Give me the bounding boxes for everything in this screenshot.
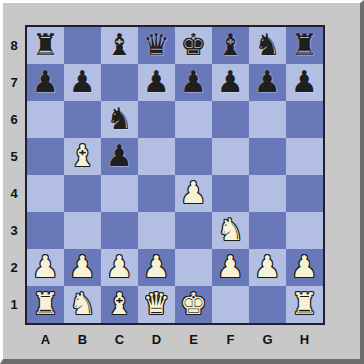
square-b6[interactable] — [64, 101, 101, 138]
square-g8[interactable]: ♞ — [249, 27, 286, 64]
piece-black-knight: ♞ — [106, 104, 133, 134]
file-label-h: H — [286, 327, 323, 353]
square-c3[interactable] — [101, 212, 138, 249]
square-a7[interactable]: ♟ — [27, 64, 64, 101]
square-h2[interactable]: ♟ — [286, 249, 323, 286]
square-g4[interactable] — [249, 175, 286, 212]
square-b2[interactable]: ♟ — [64, 249, 101, 286]
square-b7[interactable]: ♟ — [64, 64, 101, 101]
piece-black-rook: ♜ — [291, 30, 318, 60]
square-e2[interactable] — [175, 249, 212, 286]
square-d5[interactable] — [138, 138, 175, 175]
file-label-d: D — [138, 327, 175, 353]
square-b1[interactable]: ♞ — [64, 286, 101, 323]
square-h5[interactable] — [286, 138, 323, 175]
square-g5[interactable] — [249, 138, 286, 175]
file-label-b: B — [64, 327, 101, 353]
square-h7[interactable]: ♟ — [286, 64, 323, 101]
piece-black-queen: ♛ — [143, 30, 170, 60]
piece-black-rook: ♜ — [32, 30, 59, 60]
square-h3[interactable] — [286, 212, 323, 249]
square-f1[interactable] — [212, 286, 249, 323]
square-e8[interactable]: ♚ — [175, 27, 212, 64]
piece-black-knight: ♞ — [254, 30, 281, 60]
piece-white-pawn: ♟ — [143, 252, 170, 282]
square-f5[interactable] — [212, 138, 249, 175]
file-label-f: F — [212, 327, 249, 353]
square-g2[interactable]: ♟ — [249, 249, 286, 286]
square-b3[interactable] — [64, 212, 101, 249]
square-h1[interactable]: ♜ — [286, 286, 323, 323]
piece-black-pawn: ♟ — [180, 67, 207, 97]
square-f6[interactable] — [212, 101, 249, 138]
rank-label-2: 2 — [3, 249, 25, 286]
rank-label-5: 5 — [3, 138, 25, 175]
piece-black-pawn: ♟ — [217, 67, 244, 97]
piece-black-pawn: ♟ — [69, 67, 96, 97]
square-d8[interactable]: ♛ — [138, 27, 175, 64]
square-a8[interactable]: ♜ — [27, 27, 64, 64]
square-b5[interactable]: ♝ — [64, 138, 101, 175]
piece-black-pawn: ♟ — [143, 67, 170, 97]
square-h6[interactable] — [286, 101, 323, 138]
piece-white-pawn: ♟ — [106, 252, 133, 282]
piece-white-pawn: ♟ — [217, 252, 244, 282]
square-c7[interactable] — [101, 64, 138, 101]
square-g7[interactable]: ♟ — [249, 64, 286, 101]
square-g3[interactable] — [249, 212, 286, 249]
square-a6[interactable] — [27, 101, 64, 138]
square-b4[interactable] — [64, 175, 101, 212]
square-f4[interactable] — [212, 175, 249, 212]
square-b8[interactable] — [64, 27, 101, 64]
piece-white-queen: ♛ — [143, 289, 170, 319]
piece-white-knight: ♞ — [217, 215, 244, 245]
square-c6[interactable]: ♞ — [101, 101, 138, 138]
piece-white-rook: ♜ — [32, 289, 59, 319]
rank-label-1: 1 — [3, 286, 25, 323]
square-e3[interactable] — [175, 212, 212, 249]
square-d7[interactable]: ♟ — [138, 64, 175, 101]
file-label-e: E — [175, 327, 212, 353]
square-a2[interactable]: ♟ — [27, 249, 64, 286]
piece-white-king: ♚ — [180, 289, 207, 319]
rank-label-4: 4 — [3, 175, 25, 212]
piece-white-rook: ♜ — [291, 289, 318, 319]
square-c5[interactable]: ♟ — [101, 138, 138, 175]
piece-black-pawn: ♟ — [32, 67, 59, 97]
rank-label-7: 7 — [3, 64, 25, 101]
file-label-g: G — [249, 327, 286, 353]
square-f3[interactable]: ♞ — [212, 212, 249, 249]
square-e7[interactable]: ♟ — [175, 64, 212, 101]
piece-black-bishop: ♝ — [106, 30, 133, 60]
rank-label-3: 3 — [3, 212, 25, 249]
chess-board: ♜♝♛♚♝♞♜♟♟♟♟♟♟♟♞♝♟♟♞♟♟♟♟♟♟♟♜♞♝♛♚♜ — [25, 25, 325, 325]
rank-label-6: 6 — [3, 101, 25, 138]
square-e5[interactable] — [175, 138, 212, 175]
square-d6[interactable] — [138, 101, 175, 138]
square-g6[interactable] — [249, 101, 286, 138]
square-h4[interactable] — [286, 175, 323, 212]
square-a4[interactable] — [27, 175, 64, 212]
square-e1[interactable]: ♚ — [175, 286, 212, 323]
square-g1[interactable] — [249, 286, 286, 323]
square-a3[interactable] — [27, 212, 64, 249]
square-a5[interactable] — [27, 138, 64, 175]
piece-black-pawn: ♟ — [291, 67, 318, 97]
piece-black-pawn: ♟ — [254, 67, 281, 97]
piece-white-knight: ♞ — [69, 289, 96, 319]
piece-white-bishop: ♝ — [69, 141, 96, 171]
square-c2[interactable]: ♟ — [101, 249, 138, 286]
square-a1[interactable]: ♜ — [27, 286, 64, 323]
square-f8[interactable]: ♝ — [212, 27, 249, 64]
square-f7[interactable]: ♟ — [212, 64, 249, 101]
square-c4[interactable] — [101, 175, 138, 212]
rank-label-8: 8 — [3, 27, 25, 64]
file-label-a: A — [27, 327, 64, 353]
piece-white-pawn: ♟ — [180, 178, 207, 208]
square-c8[interactable]: ♝ — [101, 27, 138, 64]
square-d3[interactable] — [138, 212, 175, 249]
square-d2[interactable]: ♟ — [138, 249, 175, 286]
square-h8[interactable]: ♜ — [286, 27, 323, 64]
square-e6[interactable] — [175, 101, 212, 138]
piece-white-bishop: ♝ — [106, 289, 133, 319]
square-f2[interactable]: ♟ — [212, 249, 249, 286]
piece-white-pawn: ♟ — [291, 252, 318, 282]
piece-white-pawn: ♟ — [69, 252, 96, 282]
square-d1[interactable]: ♛ — [138, 286, 175, 323]
file-label-c: C — [101, 327, 138, 353]
square-c1[interactable]: ♝ — [101, 286, 138, 323]
piece-black-king: ♚ — [180, 30, 207, 60]
piece-black-bishop: ♝ — [217, 30, 244, 60]
square-d4[interactable] — [138, 175, 175, 212]
piece-black-pawn: ♟ — [106, 141, 133, 171]
piece-white-pawn: ♟ — [254, 252, 281, 282]
square-e4[interactable]: ♟ — [175, 175, 212, 212]
piece-white-pawn: ♟ — [32, 252, 59, 282]
board-frame: 87654321 ♜♝♛♚♝♞♜♟♟♟♟♟♟♟♞♝♟♟♞♟♟♟♟♟♟♟♜♞♝♛♚… — [0, 0, 364, 364]
